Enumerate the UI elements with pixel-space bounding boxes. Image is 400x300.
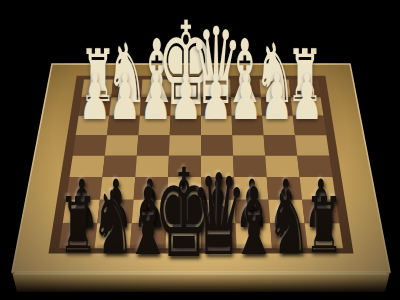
piece-black-rook-a8[interactable]: ♜ [304, 188, 343, 265]
piece-white-pawn-f2[interactable]: ♟ [140, 66, 172, 130]
chess-photo-scene: ♜♞♝♚♛♝♞♜♟♟♟♟♟♟♟♟♟♟♟♟♟♟♟♟♜♞♝♚♛♝♞♜ [0, 0, 400, 300]
pieces-layer: ♜♞♝♚♛♝♞♜♟♟♟♟♟♟♟♟♟♟♟♟♟♟♟♟♜♞♝♚♛♝♞♜ [0, 0, 400, 300]
piece-white-pawn-b2[interactable]: ♟ [261, 66, 293, 130]
piece-white-pawn-a2[interactable]: ♟ [291, 66, 323, 130]
piece-white-pawn-d2[interactable]: ♟ [200, 66, 232, 130]
piece-white-pawn-e2[interactable]: ♟ [170, 66, 202, 130]
piece-white-pawn-g2[interactable]: ♟ [109, 66, 141, 130]
piece-white-pawn-c2[interactable]: ♟ [230, 66, 262, 130]
piece-white-pawn-h2[interactable]: ♟ [79, 66, 111, 130]
